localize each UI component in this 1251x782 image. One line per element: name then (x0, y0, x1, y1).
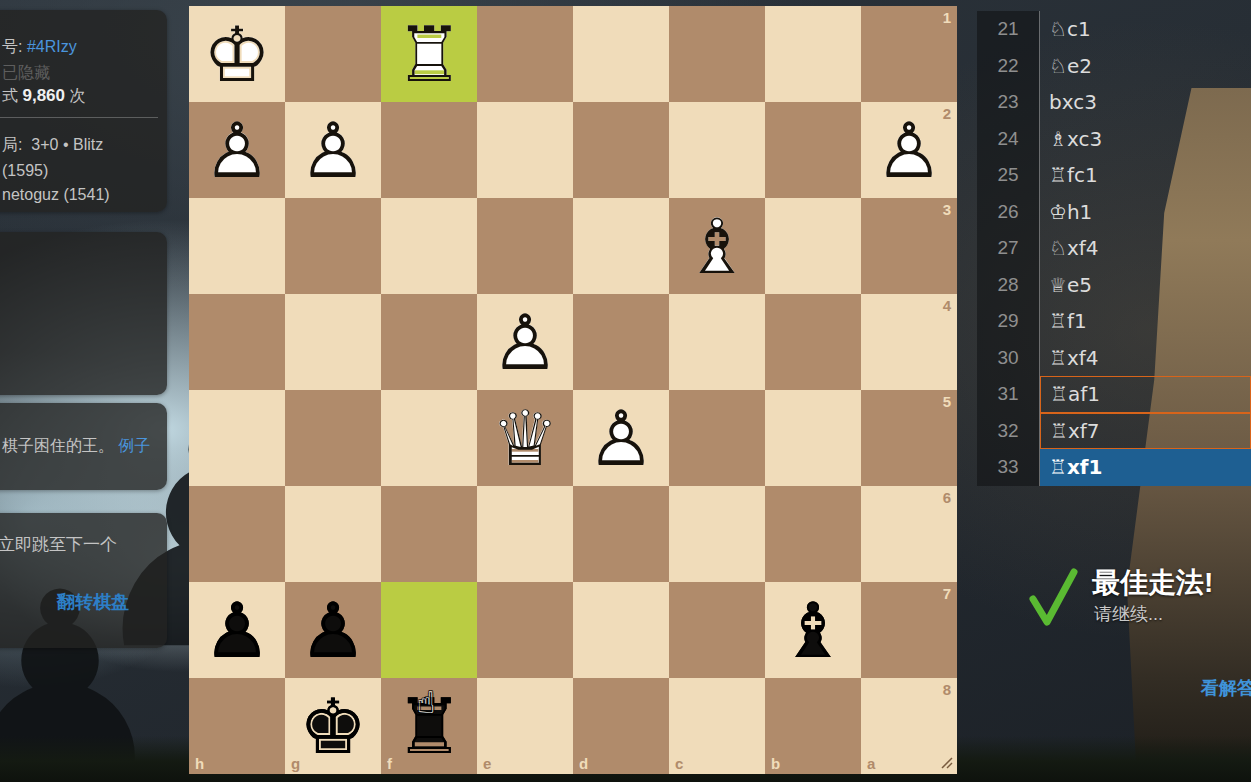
square-d8[interactable]: d (573, 678, 669, 774)
square-c1[interactable] (669, 6, 765, 102)
move-list: 21♘c122♘e223bxc324♗xc325♖fc126♔h127♘xf42… (977, 11, 1251, 486)
white-pawn-d5[interactable]: ♟♙ (573, 390, 669, 486)
move-number: 32 (977, 413, 1040, 450)
square-e6[interactable] (477, 486, 573, 582)
move-row-30: 30♖xf4 (977, 340, 1251, 377)
theme-description: 棋子困住的王。 例子 (2, 436, 150, 457)
attempts-count: 9,860 (22, 86, 65, 105)
move-number: 30 (977, 340, 1040, 377)
square-d4[interactable] (573, 294, 669, 390)
player-top: (1595) (2, 162, 48, 180)
file-label-c: c (675, 755, 683, 772)
square-b1[interactable] (765, 6, 861, 102)
square-e5[interactable]: ♛♕ (477, 390, 573, 486)
square-a3[interactable]: 3 (861, 198, 957, 294)
move-number: 24 (977, 121, 1040, 158)
square-f3[interactable] (381, 198, 477, 294)
rating-hidden-label: 已隐藏 (2, 63, 50, 84)
move-number: 33 (977, 449, 1040, 486)
square-a1[interactable]: 1 (861, 6, 957, 102)
puzzle-controls-panel: 立即跳至下一个 翻转棋盘 (0, 513, 167, 648)
square-c8[interactable]: c (669, 678, 765, 774)
move-row-22: 22♘e2 (977, 48, 1251, 85)
move-row-28: 28♕e5 (977, 267, 1251, 304)
move-number: 27 (977, 230, 1040, 267)
square-f6[interactable] (381, 486, 477, 582)
square-b8[interactable]: b (765, 678, 861, 774)
square-g2[interactable]: ♟♙ (285, 102, 381, 198)
square-f5[interactable] (381, 390, 477, 486)
rank-label-7: 7 (943, 585, 951, 602)
move-row-31: 31♖af1 (977, 376, 1251, 413)
square-b7[interactable]: ♝♗ (765, 582, 861, 678)
square-b4[interactable] (765, 294, 861, 390)
cursor-hand-icon: ☝ (417, 688, 435, 718)
file-label-b: b (771, 755, 780, 772)
square-g1[interactable] (285, 6, 381, 102)
rank-label-3: 3 (943, 201, 951, 218)
white-pawn-g2[interactable]: ♟♙ (285, 102, 381, 198)
move-san[interactable]: ♖xf4 (1040, 340, 1251, 377)
move-number: 25 (977, 157, 1040, 194)
square-a5[interactable]: 5 (861, 390, 957, 486)
square-h4[interactable] (189, 294, 285, 390)
square-h3[interactable] (189, 198, 285, 294)
white-rook-f1[interactable]: ♜♖ (381, 6, 477, 102)
square-b6[interactable] (765, 486, 861, 582)
square-g3[interactable] (285, 198, 381, 294)
move-san[interactable]: ♗xc3 (1040, 121, 1251, 158)
square-f2[interactable] (381, 102, 477, 198)
square-e2[interactable] (477, 102, 573, 198)
square-h5[interactable] (189, 390, 285, 486)
square-h7[interactable]: ♟♙ (189, 582, 285, 678)
move-number: 29 (977, 303, 1040, 340)
square-g4[interactable] (285, 294, 381, 390)
chess-board[interactable]: ♚♔♜♖1♟♙♟♙2♟♙♝♗3♟♙4♛♕♟♙56♟♙♟♙♝♗7hg♚♔f♜♖ed… (189, 6, 957, 774)
puzzle-theme-panel: 棋子困住的王。 例子 (0, 403, 167, 490)
move-san[interactable]: ♖af1 (1040, 376, 1251, 413)
move-number: 28 (977, 267, 1040, 304)
square-c7[interactable] (669, 582, 765, 678)
move-row-21: 21♘c1 (977, 11, 1251, 48)
feedback-subtitle: 请继续... (1094, 602, 1163, 626)
square-e1[interactable] (477, 6, 573, 102)
sidebar-panel-2 (0, 232, 167, 395)
square-e3[interactable] (477, 198, 573, 294)
move-san[interactable]: ♔h1 (1040, 194, 1251, 231)
square-b2[interactable] (765, 102, 861, 198)
file-label-e: e (483, 755, 491, 772)
move-row-23: 23bxc3 (977, 84, 1251, 121)
file-label-d: d (579, 755, 588, 772)
square-h8[interactable]: h (189, 678, 285, 774)
square-a7[interactable]: 7 (861, 582, 957, 678)
white-pawn-a2[interactable]: ♟♙ (861, 102, 957, 198)
square-e7[interactable] (477, 582, 573, 678)
move-number: 23 (977, 84, 1040, 121)
square-f4[interactable] (381, 294, 477, 390)
panel-divider (0, 117, 158, 118)
move-row-24: 24♗xc3 (977, 121, 1251, 158)
square-h2[interactable]: ♟♙ (189, 102, 285, 198)
attempts-line: 式 9,860 次 (2, 86, 85, 107)
move-san[interactable]: ♘e2 (1040, 48, 1251, 85)
move-row-29: 29♖f1 (977, 303, 1251, 340)
game-type-line: 局: 3+0 • Blitz (2, 135, 103, 156)
move-number: 31 (977, 376, 1040, 413)
square-a4[interactable]: 4 (861, 294, 957, 390)
rank-label-4: 4 (943, 297, 951, 314)
move-san[interactable]: ♕e5 (1040, 267, 1251, 304)
move-row-26: 26♔h1 (977, 194, 1251, 231)
rank-label-8: 8 (943, 681, 951, 698)
square-d3[interactable] (573, 198, 669, 294)
square-g8[interactable]: g♚♔ (285, 678, 381, 774)
square-f1[interactable]: ♜♖ (381, 6, 477, 102)
square-h1[interactable]: ♚♔ (189, 6, 285, 102)
square-b3[interactable] (765, 198, 861, 294)
puzzle-info-panel: 号: #4RIzy 已隐藏 式 9,860 次 局: 3+0 • Blitz (… (0, 10, 167, 212)
black-bishop-b7[interactable]: ♝♗ (765, 582, 861, 678)
square-c3[interactable]: ♝♗ (669, 198, 765, 294)
square-e8[interactable]: e (477, 678, 573, 774)
move-san[interactable]: bxc3 (1040, 84, 1251, 121)
white-bishop-c3[interactable]: ♝♗ (669, 198, 765, 294)
square-g6[interactable] (285, 486, 381, 582)
square-g7[interactable]: ♟♙ (285, 582, 381, 678)
flip-board-link[interactable]: 翻转棋盘 (57, 590, 129, 614)
move-number: 21 (977, 11, 1040, 48)
move-row-25: 25♖fc1 (977, 157, 1251, 194)
square-e4[interactable]: ♟♙ (477, 294, 573, 390)
lichess-puzzle-screen: ♟ ♟ 号: #4RIzy 已隐藏 式 9,860 次 局: 3+0 • Bli… (0, 0, 1251, 782)
move-number: 22 (977, 48, 1040, 85)
move-row-27: 27♘xf4 (977, 230, 1251, 267)
move-san[interactable]: ♖xf7 (1040, 413, 1251, 450)
move-number: 26 (977, 194, 1040, 231)
square-c2[interactable] (669, 102, 765, 198)
move-san[interactable]: ♖xf1 (1040, 449, 1251, 486)
square-b5[interactable] (765, 390, 861, 486)
rank-label-1: 1 (943, 9, 951, 26)
board-resize-handle[interactable] (940, 756, 954, 770)
file-label-a: a (867, 755, 875, 772)
move-san[interactable]: ♘xf4 (1040, 230, 1251, 267)
square-c5[interactable] (669, 390, 765, 486)
square-a6[interactable]: 6 (861, 486, 957, 582)
square-a2[interactable]: 2♟♙ (861, 102, 957, 198)
black-king-g8[interactable]: ♚♔ (285, 678, 381, 774)
square-h6[interactable] (189, 486, 285, 582)
feedback-title: 最佳走法! (1092, 564, 1213, 602)
move-row-33: 33♖xf1 (977, 449, 1251, 486)
square-d1[interactable] (573, 6, 669, 102)
rank-label-6: 6 (943, 489, 951, 506)
success-check-icon (1026, 565, 1080, 627)
square-c4[interactable] (669, 294, 765, 390)
file-label-h: h (195, 755, 204, 772)
square-d2[interactable] (573, 102, 669, 198)
square-f7[interactable] (381, 582, 477, 678)
jump-next-label[interactable]: 立即跳至下一个 (0, 533, 117, 556)
black-pawn-h7[interactable]: ♟♙ (189, 582, 285, 678)
square-d6[interactable] (573, 486, 669, 582)
move-row-32: 32♖xf7 (977, 413, 1251, 450)
square-d7[interactable] (573, 582, 669, 678)
move-san[interactable]: ♖f1 (1040, 303, 1251, 340)
rank-label-5: 5 (943, 393, 951, 410)
time-control: 3+0 • Blitz (31, 136, 103, 153)
white-pawn-e4[interactable]: ♟♙ (477, 294, 573, 390)
move-san[interactable]: ♖fc1 (1040, 157, 1251, 194)
black-pawn-g7[interactable]: ♟♙ (285, 582, 381, 678)
square-c6[interactable] (669, 486, 765, 582)
white-pawn-h2[interactable]: ♟♙ (189, 102, 285, 198)
white-queen-e5[interactable]: ♛♕ (477, 390, 573, 486)
puzzle-id-line: 号: #4RIzy (2, 37, 77, 58)
player-bottom: netoguz (1541) (2, 186, 110, 204)
move-san[interactable]: ♘c1 (1040, 11, 1251, 48)
square-g5[interactable] (285, 390, 381, 486)
view-solution-link[interactable]: 看解答 (1201, 676, 1251, 700)
example-link[interactable]: 例子 (118, 437, 150, 454)
square-d5[interactable]: ♟♙ (573, 390, 669, 486)
white-king-h1[interactable]: ♚♔ (189, 6, 285, 102)
puzzle-id-link[interactable]: #4RIzy (27, 38, 77, 55)
